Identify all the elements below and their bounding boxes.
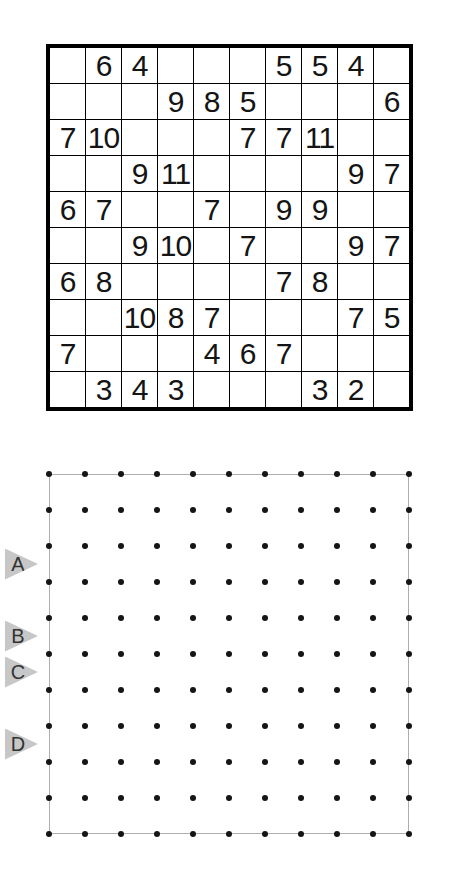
lattice-dot xyxy=(334,759,340,765)
clue-cell-r2c1 xyxy=(50,84,85,119)
clue-cell-r9c1: 7 xyxy=(50,336,85,371)
lattice-dot xyxy=(262,831,268,837)
lattice-dot xyxy=(118,687,124,693)
clue-cell-r10c1 xyxy=(50,372,85,407)
clue-cell-r7c3 xyxy=(122,264,157,299)
row-marker-label: D xyxy=(8,734,28,754)
lattice-dot xyxy=(262,723,268,729)
lattice-dot xyxy=(334,615,340,621)
clue-cell-r8c3: 10 xyxy=(122,300,157,335)
clue-cell-r9c10 xyxy=(374,336,409,371)
lattice-dot xyxy=(82,795,88,801)
lattice-dot xyxy=(226,507,232,513)
lattice-dot xyxy=(190,543,196,549)
clue-cell-r9c7: 7 xyxy=(266,336,301,371)
lattice-dot xyxy=(262,615,268,621)
lattice-dot xyxy=(334,507,340,513)
lattice-dot xyxy=(154,687,160,693)
lattice-dot xyxy=(298,651,304,657)
lattice-dot xyxy=(226,795,232,801)
clue-cell-r9c8 xyxy=(302,336,337,371)
lattice-dot xyxy=(406,651,412,657)
lattice-dot xyxy=(298,579,304,585)
lattice-dot xyxy=(370,651,376,657)
clue-cell-r3c8: 11 xyxy=(302,120,337,155)
clue-cell-r3c1: 7 xyxy=(50,120,85,155)
clue-cell-r1c8: 5 xyxy=(302,48,337,83)
lattice-dot xyxy=(226,579,232,585)
clue-cell-r4c8 xyxy=(302,156,337,191)
clue-cell-r8c7 xyxy=(266,300,301,335)
lattice-dot xyxy=(118,723,124,729)
clue-cell-r2c2 xyxy=(86,84,121,119)
clue-cell-r7c10 xyxy=(374,264,409,299)
lattice-dot xyxy=(226,687,232,693)
lattice-dot xyxy=(82,831,88,837)
lattice-dot xyxy=(298,831,304,837)
clue-cell-r4c9: 9 xyxy=(338,156,373,191)
clue-cell-r10c7 xyxy=(266,372,301,407)
clue-cell-r1c3: 4 xyxy=(122,48,157,83)
clue-cell-r10c4: 3 xyxy=(158,372,193,407)
clue-cell-r3c9 xyxy=(338,120,373,155)
row-marker-A: A xyxy=(5,549,38,580)
clue-cell-r8c2 xyxy=(86,300,121,335)
lattice-dot xyxy=(190,831,196,837)
lattice-dot xyxy=(118,507,124,513)
clue-cell-r2c8 xyxy=(302,84,337,119)
clue-cell-r1c5 xyxy=(194,48,229,83)
lattice-dot xyxy=(190,759,196,765)
lattice-dot xyxy=(226,759,232,765)
lattice-dot xyxy=(118,651,124,657)
lattice-dot xyxy=(334,723,340,729)
clue-cell-r1c10 xyxy=(374,48,409,83)
clue-cell-r4c3: 9 xyxy=(122,156,157,191)
lattice-dot xyxy=(82,471,88,477)
clue-cell-r9c3 xyxy=(122,336,157,371)
clue-cell-r8c6 xyxy=(230,300,265,335)
clue-cell-r7c2: 8 xyxy=(86,264,121,299)
clue-cell-r2c9 xyxy=(338,84,373,119)
answer-grid[interactable] xyxy=(49,474,409,834)
lattice-dot xyxy=(154,723,160,729)
lattice-dot xyxy=(370,579,376,585)
clue-cell-r10c9: 2 xyxy=(338,372,373,407)
clue-cell-r2c5: 8 xyxy=(194,84,229,119)
lattice-dot xyxy=(46,759,52,765)
lattice-dot xyxy=(46,579,52,585)
clue-cell-r5c8: 9 xyxy=(302,192,337,227)
row-marker-label: A xyxy=(8,554,28,574)
lattice-dot xyxy=(262,543,268,549)
clue-cell-r3c2: 10 xyxy=(86,120,121,155)
lattice-dot xyxy=(154,471,160,477)
clue-cell-r7c6 xyxy=(230,264,265,299)
clue-cell-r7c4 xyxy=(158,264,193,299)
lattice-dot xyxy=(406,579,412,585)
lattice-dot xyxy=(298,615,304,621)
clue-cell-r3c3 xyxy=(122,120,157,155)
lattice-dot xyxy=(226,543,232,549)
clue-grid: 6455498567107711911976779991079768781087… xyxy=(46,44,413,411)
lattice-dot xyxy=(154,543,160,549)
clue-cell-r7c9 xyxy=(338,264,373,299)
clue-cell-r5c6 xyxy=(230,192,265,227)
lattice-dot xyxy=(154,507,160,513)
lattice-dot xyxy=(262,471,268,477)
lattice-dot xyxy=(226,723,232,729)
clue-cell-r6c2 xyxy=(86,228,121,263)
row-marker-B: B xyxy=(5,621,38,652)
clue-cell-r9c2 xyxy=(86,336,121,371)
clue-cell-r5c2: 7 xyxy=(86,192,121,227)
lattice-dot xyxy=(370,831,376,837)
lattice-dot xyxy=(82,687,88,693)
lattice-dot xyxy=(46,723,52,729)
lattice-dot xyxy=(298,723,304,729)
clue-cell-r10c10 xyxy=(374,372,409,407)
clue-cell-r4c10: 7 xyxy=(374,156,409,191)
lattice-dot xyxy=(334,579,340,585)
clue-cell-r6c7 xyxy=(266,228,301,263)
lattice-dot xyxy=(334,471,340,477)
lattice-dot xyxy=(298,795,304,801)
lattice-dot xyxy=(154,615,160,621)
lattice-dot xyxy=(262,759,268,765)
clue-cell-r2c4: 9 xyxy=(158,84,193,119)
clue-cell-r3c7: 7 xyxy=(266,120,301,155)
row-marker-label: C xyxy=(8,662,28,682)
lattice-dot xyxy=(262,795,268,801)
lattice-dot xyxy=(46,795,52,801)
clue-cell-r1c1 xyxy=(50,48,85,83)
lattice-dot xyxy=(262,651,268,657)
lattice-dot xyxy=(370,723,376,729)
clue-cell-r4c7 xyxy=(266,156,301,191)
lattice-dot xyxy=(190,723,196,729)
lattice-dot xyxy=(46,687,52,693)
lattice-dot xyxy=(46,507,52,513)
lattice-dot xyxy=(154,579,160,585)
clue-cell-r6c6: 7 xyxy=(230,228,265,263)
clue-cell-r4c1 xyxy=(50,156,85,191)
lattice-dot xyxy=(406,795,412,801)
clue-cell-r8c8 xyxy=(302,300,337,335)
clue-cell-r10c2: 3 xyxy=(86,372,121,407)
lattice-dot xyxy=(118,831,124,837)
clue-cell-r1c4 xyxy=(158,48,193,83)
clue-cell-r10c5 xyxy=(194,372,229,407)
clue-cell-r6c5 xyxy=(194,228,229,263)
clue-cell-r10c8: 3 xyxy=(302,372,337,407)
lattice-dot xyxy=(370,759,376,765)
lattice-dot xyxy=(82,759,88,765)
lattice-dot xyxy=(190,687,196,693)
clue-cell-r3c5 xyxy=(194,120,229,155)
lattice-dot xyxy=(298,687,304,693)
row-marker-label: B xyxy=(8,626,28,646)
clue-cell-r5c1: 6 xyxy=(50,192,85,227)
lattice-dot xyxy=(82,543,88,549)
clue-cell-r5c4 xyxy=(158,192,193,227)
clue-cell-r5c3 xyxy=(122,192,157,227)
lattice-dot xyxy=(82,615,88,621)
lattice-dot xyxy=(298,543,304,549)
lattice-dot xyxy=(406,759,412,765)
lattice-dot xyxy=(190,507,196,513)
clue-cell-r3c10 xyxy=(374,120,409,155)
clue-cell-r8c10: 5 xyxy=(374,300,409,335)
clue-cell-r7c5 xyxy=(194,264,229,299)
clue-cell-r8c1 xyxy=(50,300,85,335)
lattice-dot xyxy=(406,687,412,693)
lattice-dot xyxy=(118,579,124,585)
lattice-dot xyxy=(46,543,52,549)
lattice-dot xyxy=(334,831,340,837)
clue-cell-r2c7 xyxy=(266,84,301,119)
clue-cell-r2c3 xyxy=(122,84,157,119)
lattice-dot xyxy=(190,615,196,621)
clue-cell-r8c9: 7 xyxy=(338,300,373,335)
clue-cell-r5c10 xyxy=(374,192,409,227)
clue-cell-r9c6: 6 xyxy=(230,336,265,371)
lattice-dot xyxy=(46,471,52,477)
lattice-dot xyxy=(82,507,88,513)
lattice-dot xyxy=(370,471,376,477)
clue-cell-r9c4 xyxy=(158,336,193,371)
clue-cell-r9c9 xyxy=(338,336,373,371)
lattice-dot xyxy=(226,471,232,477)
clue-cell-r4c2 xyxy=(86,156,121,191)
lattice-dot xyxy=(82,651,88,657)
lattice-dot xyxy=(334,687,340,693)
clue-cell-r1c9: 4 xyxy=(338,48,373,83)
page: 6455498567107711911976779991079768781087… xyxy=(0,0,457,883)
lattice-dot xyxy=(118,543,124,549)
lattice-dot xyxy=(226,651,232,657)
lattice-dot xyxy=(46,651,52,657)
clue-cell-r8c4: 8 xyxy=(158,300,193,335)
clue-cell-r2c6: 5 xyxy=(230,84,265,119)
lattice-dot xyxy=(298,471,304,477)
lattice-dot xyxy=(82,723,88,729)
lattice-dot xyxy=(118,795,124,801)
clue-cell-r6c3: 9 xyxy=(122,228,157,263)
lattice-dot xyxy=(334,543,340,549)
clue-cell-r4c5 xyxy=(194,156,229,191)
clue-cell-r5c5: 7 xyxy=(194,192,229,227)
lattice-dot xyxy=(370,507,376,513)
clue-cell-r6c10: 7 xyxy=(374,228,409,263)
lattice-dot xyxy=(118,471,124,477)
lattice-dot xyxy=(370,795,376,801)
clue-cell-r7c7: 7 xyxy=(266,264,301,299)
lattice-dot xyxy=(370,615,376,621)
clue-cell-r4c6 xyxy=(230,156,265,191)
row-marker-C: C xyxy=(5,657,38,688)
lattice-dot xyxy=(82,579,88,585)
clue-cell-r3c4 xyxy=(158,120,193,155)
lattice-dot xyxy=(226,615,232,621)
clue-cell-r8c5: 7 xyxy=(194,300,229,335)
lattice-dot xyxy=(406,507,412,513)
lattice-dot xyxy=(154,651,160,657)
clue-cell-r10c3: 4 xyxy=(122,372,157,407)
lattice-dot xyxy=(118,759,124,765)
lattice-dot xyxy=(190,579,196,585)
lattice-dot xyxy=(334,795,340,801)
lattice-dot xyxy=(154,795,160,801)
clue-cell-r2c10: 6 xyxy=(374,84,409,119)
clue-cell-r4c4: 11 xyxy=(158,156,193,191)
lattice-dot xyxy=(406,723,412,729)
clue-cell-r7c8: 8 xyxy=(302,264,337,299)
clue-cell-r10c6 xyxy=(230,372,265,407)
clue-cell-r5c7: 9 xyxy=(266,192,301,227)
lattice-dot xyxy=(46,831,52,837)
clue-cell-r6c4: 10 xyxy=(158,228,193,263)
clue-cell-r6c9: 9 xyxy=(338,228,373,263)
clue-cell-r6c8 xyxy=(302,228,337,263)
clue-cell-r5c9 xyxy=(338,192,373,227)
lattice-dot xyxy=(370,687,376,693)
row-marker-D: D xyxy=(5,729,38,760)
lattice-dot xyxy=(262,507,268,513)
lattice-dot xyxy=(154,831,160,837)
lattice-dot xyxy=(226,831,232,837)
clue-cell-r3c6: 7 xyxy=(230,120,265,155)
clue-cell-r1c6 xyxy=(230,48,265,83)
lattice-dot xyxy=(118,615,124,621)
lattice-dot xyxy=(334,651,340,657)
lattice-dot xyxy=(46,615,52,621)
clue-cell-r1c7: 5 xyxy=(266,48,301,83)
clue-cell-r7c1: 6 xyxy=(50,264,85,299)
lattice-dot xyxy=(406,831,412,837)
lattice-dot xyxy=(370,543,376,549)
lattice-dot xyxy=(190,651,196,657)
clue-cell-r6c1 xyxy=(50,228,85,263)
lattice-dot xyxy=(298,507,304,513)
lattice-dot xyxy=(154,759,160,765)
lattice-dot xyxy=(190,471,196,477)
clue-cell-r9c5: 4 xyxy=(194,336,229,371)
lattice-dot xyxy=(262,687,268,693)
lattice-dot xyxy=(406,471,412,477)
lattice-dot xyxy=(190,795,196,801)
lattice-dot xyxy=(406,543,412,549)
lattice-dot xyxy=(262,579,268,585)
lattice-dot xyxy=(406,615,412,621)
clue-cell-r1c2: 6 xyxy=(86,48,121,83)
lattice-dot xyxy=(298,759,304,765)
